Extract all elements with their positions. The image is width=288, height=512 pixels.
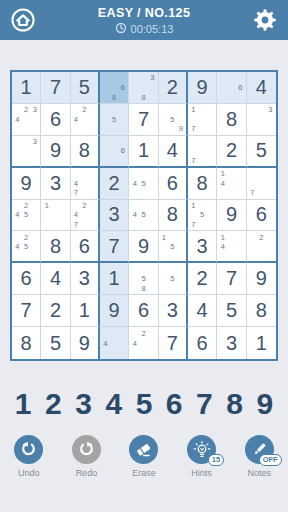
pencil-notes: 24 (130, 328, 156, 358)
pencil-notes: 47 (72, 169, 97, 198)
sudoku-board: 1756838296423462457591783398614725934724… (10, 70, 278, 361)
pencil-notes: 247 (72, 201, 97, 230)
cell-value: 9 (12, 168, 40, 199)
cell-value: 6 (12, 263, 40, 294)
cell-r6c9[interactable]: 2 (247, 231, 276, 263)
pencil-notes: 45 (130, 201, 156, 230)
cell-value: 5 (41, 327, 69, 359)
pencil-notes: 4 (101, 328, 127, 358)
pencil-notes: 38 (130, 73, 156, 102)
cell-r2c8[interactable]: 8 (217, 104, 246, 136)
pencil-notes: 3 (248, 105, 275, 134)
cell-r5c7[interactable]: 157 (188, 200, 217, 232)
cell-r4c5[interactable]: 45 (129, 168, 158, 200)
cell-value: 1 (71, 295, 98, 326)
cell-r2c9[interactable]: 3 (247, 104, 276, 136)
cell-r3c4[interactable]: 6 (100, 136, 129, 168)
numpad-2[interactable]: 2 (40, 387, 66, 421)
cell-r3c2[interactable]: 9 (41, 136, 70, 168)
cell-r7c7[interactable]: 2 (188, 263, 217, 295)
cell-value: 7 (41, 72, 69, 103)
redo-button[interactable]: Redo (58, 435, 116, 478)
cell-r8c2[interactable]: 2 (41, 295, 70, 327)
cell-value: 1 (129, 136, 157, 166)
cell-r4c9[interactable]: 7 (247, 168, 276, 200)
cell-r3c1[interactable]: 3 (12, 136, 41, 168)
cell-r7c8[interactable]: 7 (217, 263, 246, 295)
home-button[interactable] (11, 8, 35, 32)
cell-r3c8[interactable]: 2 (217, 136, 246, 168)
numpad-9[interactable]: 9 (252, 387, 278, 421)
page-title: EASY / NO.125 (44, 6, 244, 20)
erase-button[interactable]: Erase (115, 435, 173, 478)
pencil-notes: 5 (160, 264, 185, 293)
cell-r1c6[interactable]: 2 (159, 72, 188, 104)
cell-value: 4 (247, 72, 276, 103)
cell-r9c8[interactable]: 3 (217, 327, 246, 359)
pencil-notes: 68 (101, 73, 127, 102)
pencil-notes: 2 (248, 232, 275, 260)
cell-value: 6 (41, 104, 69, 135)
cell-r1c4[interactable]: 68 (100, 72, 129, 104)
redo-label: Redo (76, 468, 98, 478)
sudoku-app: EASY / NO.125 00:05:13 (0, 0, 288, 512)
cell-value: 4 (188, 295, 216, 326)
cell-r7c3[interactable]: 3 (71, 263, 100, 295)
pencil-notes: 14 (218, 232, 244, 260)
settings-button[interactable] (253, 8, 277, 32)
cell-r6c2[interactable]: 8 (41, 231, 70, 263)
cell-value: 3 (71, 263, 98, 294)
cell-r5c9[interactable]: 6 (247, 200, 276, 232)
cell-value: 2 (100, 168, 128, 199)
cell-value: 1 (12, 72, 40, 103)
cell-value: 6 (129, 295, 157, 326)
cell-r6c6[interactable]: 15 (159, 231, 188, 263)
cell-r6c8[interactable]: 14 (217, 231, 246, 263)
cell-r8c9[interactable]: 8 (247, 295, 276, 327)
pencil-notes: 7 (189, 137, 215, 165)
cell-r4c2[interactable]: 3 (41, 168, 70, 200)
cell-value: 6 (159, 168, 186, 199)
pencil-notes: 1 (42, 201, 68, 230)
cell-r9c7[interactable]: 6 (188, 327, 217, 359)
cell-r9c3[interactable]: 9 (71, 327, 100, 359)
numpad-3[interactable]: 3 (71, 387, 97, 421)
cell-value: 1 (247, 327, 276, 359)
cell-value: 5 (217, 295, 245, 326)
cell-r2c5[interactable]: 7 (129, 104, 158, 136)
cell-r5c4[interactable]: 3 (100, 200, 129, 232)
notes-toggle-badge: OFF (259, 454, 282, 466)
cell-r5c1[interactable]: 245 (12, 200, 41, 232)
cell-value: 2 (159, 72, 186, 103)
cell-value: 9 (41, 136, 69, 166)
redo-icon (72, 435, 101, 464)
cell-r7c6[interactable]: 5 (159, 263, 188, 295)
cell-r1c5[interactable]: 38 (129, 72, 158, 104)
cell-value: 1 (100, 263, 128, 294)
cell-value: 6 (188, 327, 216, 359)
pencil-notes: 234 (13, 105, 39, 134)
cell-r3c6[interactable]: 4 (159, 136, 188, 168)
timer: 00:05:13 (44, 22, 244, 36)
numpad-7[interactable]: 7 (191, 387, 217, 421)
hints-count-badge: 15 (208, 454, 224, 466)
pencil-notes: 15 (160, 232, 185, 260)
numpad-5[interactable]: 5 (131, 387, 157, 421)
cell-value: 8 (188, 168, 216, 199)
toolbar: Undo Redo (0, 435, 288, 478)
cell-value: 3 (217, 327, 245, 359)
cell-value: 9 (217, 200, 245, 231)
cell-r7c4[interactable]: 1 (100, 263, 129, 295)
cell-value: 9 (100, 295, 128, 326)
numpad-8[interactable]: 8 (222, 387, 248, 421)
cell-r2c3[interactable]: 24 (71, 104, 100, 136)
notes-label: Notes (247, 468, 271, 478)
cell-r8c3[interactable]: 1 (71, 295, 100, 327)
cell-r9c1[interactable]: 8 (12, 327, 41, 359)
clock-icon (115, 22, 127, 36)
cell-r7c5[interactable]: 58 (129, 263, 158, 295)
cell-value: 4 (159, 136, 186, 166)
cell-r6c5[interactable]: 9 (129, 231, 158, 263)
cell-r2c7[interactable]: 17 (188, 104, 217, 136)
cell-r6c7[interactable]: 3 (188, 231, 217, 263)
cell-r5c2[interactable]: 1 (41, 200, 70, 232)
cell-r4c6[interactable]: 6 (159, 168, 188, 200)
cell-value: 8 (159, 200, 186, 231)
cell-r1c9[interactable]: 4 (247, 72, 276, 104)
pencil-notes: 157 (189, 201, 215, 230)
cell-value: 9 (188, 72, 216, 103)
numpad-1[interactable]: 1 (10, 387, 36, 421)
cell-value: 5 (247, 136, 276, 166)
top-bar: EASY / NO.125 00:05:13 (0, 0, 288, 40)
cell-r2c6[interactable]: 59 (159, 104, 188, 136)
cell-value: 2 (217, 136, 245, 166)
cell-r9c6[interactable]: 7 (159, 327, 188, 359)
pencil-notes: 6 (101, 137, 127, 165)
cell-value: 9 (247, 263, 276, 294)
pencil-notes: 14 (218, 169, 244, 198)
cell-value: 3 (188, 231, 216, 261)
cell-value: 3 (41, 168, 69, 199)
pencil-notes: 58 (130, 264, 156, 293)
cell-r2c2[interactable]: 6 (41, 104, 70, 136)
pencil-notes: 6 (218, 73, 244, 102)
cell-value: 7 (12, 295, 40, 326)
cell-r5c6[interactable]: 8 (159, 200, 188, 232)
cell-r3c9[interactable]: 5 (247, 136, 276, 168)
cell-value: 6 (247, 200, 276, 231)
numpad-6[interactable]: 6 (161, 387, 187, 421)
pencil-icon: OFF (245, 435, 274, 464)
cell-r8c7[interactable]: 4 (188, 295, 217, 327)
hints-label: Hints (191, 468, 212, 478)
cell-r4c1[interactable]: 9 (12, 168, 41, 200)
notes-button[interactable]: OFF Notes (230, 435, 288, 478)
cell-value: 8 (247, 295, 276, 326)
cell-r8c1[interactable]: 7 (12, 295, 41, 327)
cell-r4c4[interactable]: 2 (100, 168, 129, 200)
pencil-notes: 3 (13, 137, 39, 165)
cell-r2c4[interactable]: 5 (100, 104, 129, 136)
cell-r5c5[interactable]: 45 (129, 200, 158, 232)
cell-value: 7 (100, 231, 128, 261)
cell-value: 9 (71, 327, 98, 359)
cell-r1c2[interactable]: 7 (41, 72, 70, 104)
cell-value: 6 (71, 231, 98, 261)
pencil-notes: 45 (130, 169, 156, 198)
undo-button[interactable]: Undo (0, 435, 58, 478)
cell-r5c8[interactable]: 9 (217, 200, 246, 232)
cell-r8c4[interactable]: 9 (100, 295, 129, 327)
cell-value: 9 (129, 231, 157, 261)
cell-r4c8[interactable]: 14 (217, 168, 246, 200)
pencil-notes: 5 (101, 105, 127, 134)
undo-icon (14, 435, 43, 464)
pencil-notes: 59 (160, 105, 185, 134)
cell-r3c3[interactable]: 8 (71, 136, 100, 168)
cell-value: 4 (41, 263, 69, 294)
cell-r1c8[interactable]: 6 (217, 72, 246, 104)
cell-value: 2 (41, 295, 69, 326)
cell-value: 8 (12, 327, 40, 359)
cell-value: 8 (41, 231, 69, 261)
pencil-notes: 24 (72, 105, 97, 134)
cell-value: 7 (217, 263, 245, 294)
cell-r7c9[interactable]: 9 (247, 263, 276, 295)
cell-value: 5 (71, 72, 98, 103)
cell-r6c4[interactable]: 7 (100, 231, 129, 263)
cell-r4c7[interactable]: 8 (188, 168, 217, 200)
cell-r5c3[interactable]: 247 (71, 200, 100, 232)
cell-r1c1[interactable]: 1 (12, 72, 41, 104)
cell-r6c3[interactable]: 6 (71, 231, 100, 263)
number-pad: 123456789 (0, 382, 288, 426)
cell-r9c5[interactable]: 24 (129, 327, 158, 359)
cell-r3c7[interactable]: 7 (188, 136, 217, 168)
header-center: EASY / NO.125 00:05:13 (44, 0, 244, 40)
cell-r8c8[interactable]: 5 (217, 295, 246, 327)
numpad-4[interactable]: 4 (101, 387, 127, 421)
cell-value: 8 (217, 104, 245, 135)
gear-icon (253, 20, 277, 35)
pencil-notes: 7 (248, 169, 275, 198)
cell-value: 7 (159, 327, 186, 359)
cell-r1c3[interactable]: 5 (71, 72, 100, 104)
cell-r9c2[interactable]: 5 (41, 327, 70, 359)
sudoku-grid: 1756838296423462457591783398614725934724… (12, 72, 276, 359)
pencil-notes: 245 (13, 201, 39, 230)
cell-r9c9[interactable]: 1 (247, 327, 276, 359)
hints-button[interactable]: 15 Hints (173, 435, 231, 478)
eraser-icon (129, 435, 158, 464)
pencil-notes: 17 (189, 105, 215, 134)
pencil-notes: 245 (13, 232, 39, 260)
cell-r8c5[interactable]: 6 (129, 295, 158, 327)
cell-value: 7 (129, 104, 157, 135)
timer-value: 00:05:13 (131, 23, 174, 35)
cell-value: 3 (159, 295, 186, 326)
cell-value: 8 (71, 136, 98, 166)
undo-label: Undo (18, 468, 40, 478)
cell-r8c6[interactable]: 3 (159, 295, 188, 327)
cell-r6c1[interactable]: 245 (12, 231, 41, 263)
cell-r1c7[interactable]: 9 (188, 72, 217, 104)
cell-r2c1[interactable]: 234 (12, 104, 41, 136)
cell-r7c1[interactable]: 6 (12, 263, 41, 295)
lightbulb-icon: 15 (187, 435, 216, 464)
cell-r9c4[interactable]: 4 (100, 327, 129, 359)
home-icon (11, 20, 35, 35)
cell-r3c5[interactable]: 1 (129, 136, 158, 168)
cell-r4c3[interactable]: 47 (71, 168, 100, 200)
erase-label: Erase (132, 468, 156, 478)
cell-r7c2[interactable]: 4 (41, 263, 70, 295)
cell-value: 3 (100, 200, 128, 231)
cell-value: 2 (188, 263, 216, 294)
